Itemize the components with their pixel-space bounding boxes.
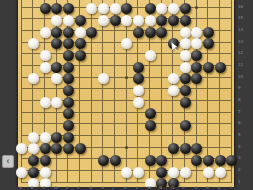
black-stone[interactable]	[156, 27, 167, 38]
white-stone[interactable]	[145, 50, 156, 61]
column-coordinate-label: L	[136, 186, 138, 190]
white-stone[interactable]	[180, 167, 191, 178]
black-stone[interactable]	[40, 3, 51, 14]
row-coordinate-label: 10	[238, 75, 250, 79]
black-stone[interactable]	[180, 97, 191, 108]
black-stone[interactable]	[110, 15, 121, 26]
black-stone[interactable]	[63, 38, 74, 49]
white-stone[interactable]	[86, 3, 97, 14]
black-stone[interactable]	[156, 155, 167, 166]
column-coordinate-label: B	[31, 186, 34, 190]
black-stone[interactable]	[180, 143, 191, 154]
white-stone[interactable]	[156, 3, 167, 14]
black-stone[interactable]	[51, 143, 62, 154]
black-stone[interactable]	[180, 120, 191, 131]
black-stone[interactable]	[63, 97, 74, 108]
white-stone[interactable]	[191, 38, 202, 49]
white-stone[interactable]	[51, 97, 62, 108]
white-stone[interactable]	[215, 167, 226, 178]
grid-line-horizontal	[21, 112, 232, 113]
black-stone[interactable]	[86, 27, 97, 38]
grid-line-horizontal	[21, 123, 232, 124]
black-stone[interactable]	[51, 38, 62, 49]
black-stone[interactable]	[121, 3, 132, 14]
row-coordinate-label: 13	[238, 40, 250, 44]
row-coordinate-label: 5	[238, 133, 250, 137]
black-stone[interactable]	[75, 143, 86, 154]
white-stone[interactable]	[121, 167, 132, 178]
white-stone[interactable]	[121, 15, 132, 26]
go-app-window: { "game": "go", "board_size": 19, "view"…	[0, 0, 253, 190]
black-stone[interactable]	[51, 62, 62, 73]
white-stone[interactable]	[168, 85, 179, 96]
black-stone[interactable]	[191, 155, 202, 166]
black-stone[interactable]	[63, 27, 74, 38]
row-coordinate-label: 12	[238, 51, 250, 55]
black-stone[interactable]	[63, 108, 74, 119]
column-coordinate-label: T	[229, 186, 231, 190]
black-stone[interactable]	[133, 62, 144, 73]
black-stone[interactable]	[133, 73, 144, 84]
column-coordinate-label: G	[89, 186, 92, 190]
row-coordinate-label: 4	[238, 145, 250, 149]
column-coordinate-label: H	[101, 186, 104, 190]
row-coordinate-label: 16	[238, 5, 250, 9]
row-coordinate-label: 9	[238, 86, 250, 90]
black-stone[interactable]	[28, 155, 39, 166]
white-stone[interactable]	[51, 15, 62, 26]
black-stone[interactable]	[180, 15, 191, 26]
star-point	[195, 6, 198, 9]
white-stone[interactable]	[191, 27, 202, 38]
white-stone[interactable]	[203, 167, 214, 178]
column-coordinate-label: R	[206, 186, 209, 190]
grid-line-vertical	[21, 0, 22, 183]
grid-line-horizontal	[21, 88, 232, 89]
black-stone[interactable]	[145, 155, 156, 166]
white-stone[interactable]	[168, 3, 179, 14]
row-coordinate-label: 1	[238, 180, 250, 184]
row-coordinate-label: 2	[238, 168, 250, 172]
white-stone[interactable]	[145, 15, 156, 26]
white-stone[interactable]	[75, 27, 86, 38]
black-stone[interactable]	[145, 120, 156, 131]
white-stone[interactable]	[28, 73, 39, 84]
black-stone[interactable]	[51, 132, 62, 143]
column-coordinate-label: N	[159, 186, 162, 190]
back-button[interactable]: ‹	[2, 155, 14, 168]
white-stone[interactable]	[28, 143, 39, 154]
black-stone[interactable]	[63, 3, 74, 14]
white-stone[interactable]	[180, 50, 191, 61]
white-stone[interactable]	[28, 38, 39, 49]
white-stone[interactable]	[40, 132, 51, 143]
white-stone[interactable]	[133, 167, 144, 178]
black-stone[interactable]	[156, 15, 167, 26]
white-stone[interactable]	[98, 73, 109, 84]
black-stone[interactable]	[180, 73, 191, 84]
black-stone[interactable]	[75, 50, 86, 61]
black-stone[interactable]	[63, 120, 74, 131]
white-stone[interactable]	[40, 27, 51, 38]
white-stone[interactable]	[180, 38, 191, 49]
go-board[interactable]	[18, 0, 234, 187]
black-stone[interactable]	[63, 85, 74, 96]
black-stone[interactable]	[145, 108, 156, 119]
white-stone[interactable]	[98, 3, 109, 14]
black-stone[interactable]	[203, 155, 214, 166]
row-coordinate-label: 7	[238, 110, 250, 114]
column-coordinate-label: C	[43, 186, 46, 190]
black-stone[interactable]	[191, 62, 202, 73]
white-stone[interactable]	[133, 15, 144, 26]
white-stone[interactable]	[40, 167, 51, 178]
star-point	[125, 76, 128, 79]
white-stone[interactable]	[180, 27, 191, 38]
row-coordinate-label: 8	[238, 98, 250, 102]
column-coordinate-label: K	[124, 186, 127, 190]
black-stone[interactable]	[110, 155, 121, 166]
white-stone[interactable]	[40, 50, 51, 61]
black-stone[interactable]	[63, 73, 74, 84]
black-stone[interactable]	[168, 15, 179, 26]
black-stone[interactable]	[63, 143, 74, 154]
black-stone[interactable]	[63, 62, 74, 73]
black-stone[interactable]	[215, 62, 226, 73]
black-stone[interactable]	[51, 27, 62, 38]
column-coordinate-label: A	[19, 186, 22, 190]
column-coordinate-label: P	[183, 186, 185, 190]
white-stone[interactable]	[168, 73, 179, 84]
column-coordinate-label: J	[113, 186, 114, 190]
black-stone[interactable]	[168, 143, 179, 154]
black-stone[interactable]	[191, 50, 202, 61]
column-coordinate-label: D	[54, 186, 57, 190]
black-stone[interactable]	[63, 132, 74, 143]
column-coordinate-label: Q	[194, 186, 197, 190]
black-stone[interactable]	[51, 3, 62, 14]
white-stone[interactable]	[110, 3, 121, 14]
grid-line-horizontal	[21, 182, 232, 183]
black-stone[interactable]	[156, 167, 167, 178]
black-stone[interactable]	[145, 3, 156, 14]
white-stone[interactable]	[63, 15, 74, 26]
black-stone[interactable]	[203, 27, 214, 38]
white-stone[interactable]	[16, 143, 27, 154]
grid-line-vertical	[126, 0, 127, 183]
black-stone[interactable]	[145, 27, 156, 38]
black-stone[interactable]	[203, 62, 214, 73]
black-stone[interactable]	[215, 155, 226, 166]
row-coordinate-label: 3	[238, 156, 250, 160]
black-stone[interactable]	[75, 38, 86, 49]
black-stone[interactable]	[180, 85, 191, 96]
black-stone[interactable]	[191, 143, 202, 154]
row-coordinate-label: 14	[238, 28, 250, 32]
black-stone[interactable]	[191, 73, 202, 84]
black-stone[interactable]	[133, 27, 144, 38]
white-stone[interactable]	[133, 85, 144, 96]
column-coordinate-label: F	[78, 186, 80, 190]
white-stone[interactable]	[16, 167, 27, 178]
white-stone[interactable]	[168, 167, 179, 178]
star-point	[125, 146, 128, 149]
row-coordinate-label: 15	[238, 16, 250, 20]
white-stone[interactable]	[51, 73, 62, 84]
white-stone[interactable]	[98, 15, 109, 26]
white-stone[interactable]	[133, 97, 144, 108]
black-stone[interactable]	[98, 155, 109, 166]
black-stone[interactable]	[203, 38, 214, 49]
column-coordinate-label: M	[148, 186, 151, 190]
black-stone[interactable]	[40, 155, 51, 166]
column-coordinate-label: S	[218, 186, 221, 190]
row-coordinate-label: 6	[238, 121, 250, 125]
white-stone[interactable]	[28, 132, 39, 143]
white-stone[interactable]	[180, 62, 191, 73]
white-stone[interactable]	[121, 38, 132, 49]
black-stone[interactable]	[63, 50, 74, 61]
black-stone[interactable]	[75, 15, 86, 26]
white-stone[interactable]	[40, 97, 51, 108]
black-stone[interactable]	[180, 3, 191, 14]
column-coordinate-label: O	[171, 186, 174, 190]
black-stone[interactable]	[226, 155, 237, 166]
column-coordinate-label: E	[66, 186, 69, 190]
black-stone[interactable]	[28, 167, 39, 178]
row-coordinate-label: 11	[238, 63, 250, 67]
white-stone[interactable]	[40, 62, 51, 73]
black-stone[interactable]	[40, 143, 51, 154]
